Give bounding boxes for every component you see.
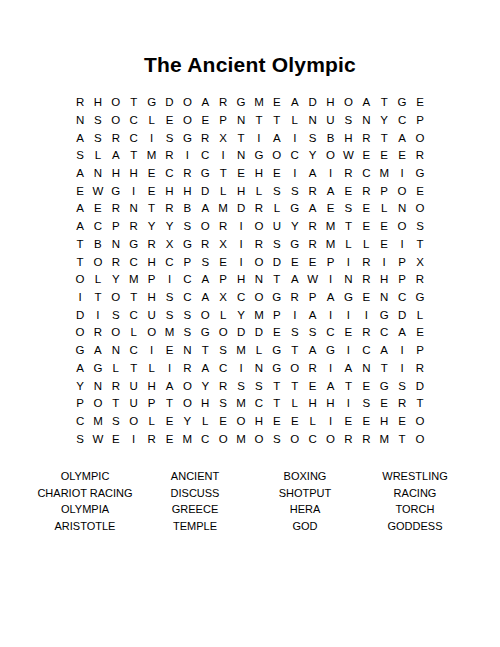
grid-cell[interactable]: S (178, 307, 196, 325)
grid-cell[interactable]: G (339, 289, 357, 307)
grid-cell[interactable]: A (107, 147, 125, 165)
grid-cell[interactable]: R (196, 129, 214, 147)
grid-cell[interactable]: I (125, 183, 143, 201)
grid-cell[interactable]: T (196, 342, 214, 360)
grid-cell[interactable]: C (161, 165, 179, 183)
grid-cell[interactable]: I (375, 253, 393, 271)
grid-cell[interactable]: O (178, 395, 196, 413)
grid-cell[interactable]: T (411, 236, 429, 254)
grid-cell[interactable]: M (375, 431, 393, 449)
grid-cell[interactable]: L (268, 200, 286, 218)
grid-cell[interactable]: E (232, 165, 250, 183)
grid-cell[interactable]: R (411, 271, 429, 289)
grid-cell[interactable]: I (161, 271, 179, 289)
grid-cell[interactable]: D (196, 183, 214, 201)
grid-cell[interactable]: E (375, 236, 393, 254)
grid-cell[interactable]: G (411, 165, 429, 183)
grid-cell[interactable]: M (89, 413, 107, 431)
grid-cell[interactable]: M (250, 94, 268, 112)
grid-cell[interactable]: E (375, 218, 393, 236)
grid-cell[interactable]: L (286, 112, 304, 130)
grid-cell[interactable]: Y (304, 147, 322, 165)
grid-cell[interactable]: T (286, 378, 304, 396)
grid-cell[interactable]: A (393, 129, 411, 147)
grid-cell[interactable]: A (286, 94, 304, 112)
grid-cell[interactable]: H (232, 183, 250, 201)
grid-cell[interactable]: A (322, 378, 340, 396)
grid-cell[interactable]: O (107, 94, 125, 112)
grid-cell[interactable]: C (125, 307, 143, 325)
grid-cell[interactable]: A (357, 94, 375, 112)
grid-cell[interactable]: C (196, 431, 214, 449)
grid-cell[interactable]: Y (107, 271, 125, 289)
grid-cell[interactable]: A (71, 200, 89, 218)
grid-cell[interactable]: S (268, 183, 286, 201)
grid-cell[interactable]: I (393, 165, 411, 183)
grid-cell[interactable]: M (214, 200, 232, 218)
grid-cell[interactable]: R (161, 200, 179, 218)
grid-cell[interactable]: I (393, 236, 411, 254)
grid-cell[interactable]: H (322, 395, 340, 413)
grid-cell[interactable]: G (71, 342, 89, 360)
grid-cell[interactable]: L (250, 183, 268, 201)
grid-cell[interactable]: A (304, 200, 322, 218)
grid-cell[interactable]: I (178, 147, 196, 165)
grid-cell[interactable]: A (196, 360, 214, 378)
grid-cell[interactable]: M (232, 431, 250, 449)
grid-cell[interactable]: N (89, 378, 107, 396)
grid-cell[interactable]: S (71, 431, 89, 449)
grid-cell[interactable]: G (268, 360, 286, 378)
grid-cell[interactable]: C (232, 289, 250, 307)
grid-cell[interactable]: M (161, 324, 179, 342)
grid-cell[interactable]: E (143, 183, 161, 201)
grid-cell[interactable]: O (71, 324, 89, 342)
grid-cell[interactable]: C (250, 395, 268, 413)
grid-cell[interactable]: E (196, 112, 214, 130)
grid-cell[interactable]: N (357, 360, 375, 378)
grid-cell[interactable]: S (178, 218, 196, 236)
grid-cell[interactable]: T (107, 395, 125, 413)
grid-cell[interactable]: E (393, 413, 411, 431)
grid-cell[interactable]: A (71, 165, 89, 183)
grid-cell[interactable]: C (125, 129, 143, 147)
grid-cell[interactable]: O (250, 431, 268, 449)
grid-cell[interactable]: C (125, 112, 143, 130)
grid-cell[interactable]: S (339, 112, 357, 130)
grid-cell[interactable]: C (161, 253, 179, 271)
grid-cell[interactable]: E (339, 324, 357, 342)
grid-cell[interactable]: O (107, 289, 125, 307)
grid-cell[interactable]: O (250, 253, 268, 271)
grid-cell[interactable]: T (214, 165, 232, 183)
grid-cell[interactable]: R (178, 360, 196, 378)
grid-cell[interactable]: G (196, 324, 214, 342)
grid-cell[interactable]: L (339, 236, 357, 254)
grid-cell[interactable]: D (268, 253, 286, 271)
grid-cell[interactable]: S (196, 253, 214, 271)
grid-cell[interactable]: I (322, 360, 340, 378)
grid-cell[interactable]: I (286, 129, 304, 147)
grid-cell[interactable]: A (196, 289, 214, 307)
grid-cell[interactable]: H (143, 289, 161, 307)
grid-cell[interactable]: H (143, 378, 161, 396)
grid-cell[interactable]: S (107, 307, 125, 325)
grid-cell[interactable]: B (322, 129, 340, 147)
grid-cell[interactable]: E (71, 183, 89, 201)
grid-cell[interactable]: O (107, 324, 125, 342)
grid-cell[interactable]: U (322, 112, 340, 130)
grid-cell[interactable]: R (107, 378, 125, 396)
grid-cell[interactable]: R (304, 236, 322, 254)
grid-cell[interactable]: M (143, 147, 161, 165)
grid-cell[interactable]: P (143, 395, 161, 413)
grid-cell[interactable]: E (357, 147, 375, 165)
grid-cell[interactable]: W (89, 183, 107, 201)
grid-cell[interactable]: R (411, 147, 429, 165)
grid-cell[interactable]: R (178, 165, 196, 183)
grid-cell[interactable]: O (268, 147, 286, 165)
grid-cell[interactable]: O (393, 218, 411, 236)
grid-cell[interactable]: M (375, 165, 393, 183)
grid-cell[interactable]: T (268, 271, 286, 289)
grid-cell[interactable]: G (393, 94, 411, 112)
grid-cell[interactable]: I (232, 236, 250, 254)
grid-cell[interactable]: E (375, 395, 393, 413)
grid-cell[interactable]: P (411, 342, 429, 360)
grid-cell[interactable]: R (196, 236, 214, 254)
grid-cell[interactable]: R (143, 431, 161, 449)
grid-cell[interactable]: N (232, 147, 250, 165)
grid-cell[interactable]: O (250, 218, 268, 236)
grid-cell[interactable]: O (178, 94, 196, 112)
grid-cell[interactable]: D (304, 94, 322, 112)
grid-cell[interactable]: I (393, 342, 411, 360)
grid-cell[interactable]: P (178, 253, 196, 271)
grid-cell[interactable]: R (357, 129, 375, 147)
grid-cell[interactable]: L (214, 307, 232, 325)
grid-cell[interactable]: A (322, 183, 340, 201)
grid-cell[interactable]: E (286, 253, 304, 271)
grid-cell[interactable]: X (214, 289, 232, 307)
grid-cell[interactable]: A (161, 378, 179, 396)
grid-cell[interactable]: R (89, 324, 107, 342)
grid-cell[interactable]: H (125, 165, 143, 183)
grid-cell[interactable]: T (71, 253, 89, 271)
grid-cell[interactable]: E (161, 112, 179, 130)
grid-cell[interactable]: G (411, 289, 429, 307)
grid-cell[interactable]: E (411, 94, 429, 112)
grid-cell[interactable]: R (107, 253, 125, 271)
grid-cell[interactable]: R (357, 431, 375, 449)
grid-cell[interactable]: S (161, 129, 179, 147)
grid-cell[interactable]: S (339, 200, 357, 218)
grid-cell[interactable]: I (339, 342, 357, 360)
grid-cell[interactable]: I (322, 271, 340, 289)
grid-cell[interactable]: O (411, 413, 429, 431)
grid-cell[interactable]: A (304, 342, 322, 360)
grid-cell[interactable]: E (107, 431, 125, 449)
grid-cell[interactable]: O (178, 378, 196, 396)
grid-cell[interactable]: H (143, 253, 161, 271)
grid-cell[interactable]: H (250, 413, 268, 431)
grid-cell[interactable]: E (214, 413, 232, 431)
grid-cell[interactable]: M (232, 342, 250, 360)
grid-cell[interactable]: A (286, 271, 304, 289)
grid-cell[interactable]: O (178, 112, 196, 130)
grid-cell[interactable]: I (232, 253, 250, 271)
grid-cell[interactable]: A (304, 307, 322, 325)
grid-cell[interactable]: T (250, 112, 268, 130)
grid-cell[interactable]: U (268, 218, 286, 236)
grid-cell[interactable]: A (393, 324, 411, 342)
grid-cell[interactable]: T (268, 112, 286, 130)
grid-cell[interactable]: S (393, 378, 411, 396)
grid-cell[interactable]: O (214, 324, 232, 342)
grid-cell[interactable]: E (268, 165, 286, 183)
grid-cell[interactable]: W (89, 431, 107, 449)
grid-cell[interactable]: G (178, 236, 196, 254)
grid-cell[interactable]: E (304, 253, 322, 271)
grid-cell[interactable]: E (375, 147, 393, 165)
grid-cell[interactable]: A (196, 200, 214, 218)
grid-cell[interactable]: Y (178, 413, 196, 431)
grid-cell[interactable]: S (89, 112, 107, 130)
grid-cell[interactable]: I (71, 289, 89, 307)
grid-cell[interactable]: R (357, 253, 375, 271)
grid-cell[interactable]: E (357, 289, 375, 307)
grid-cell[interactable]: T (125, 289, 143, 307)
grid-cell[interactable]: O (143, 324, 161, 342)
grid-cell[interactable]: M (178, 431, 196, 449)
grid-cell[interactable]: O (71, 271, 89, 289)
grid-cell[interactable]: O (286, 360, 304, 378)
grid-cell[interactable]: N (250, 271, 268, 289)
grid-cell[interactable]: L (143, 112, 161, 130)
grid-cell[interactable]: E (357, 200, 375, 218)
grid-cell[interactable]: O (322, 147, 340, 165)
grid-cell[interactable]: S (178, 324, 196, 342)
grid-cell[interactable]: P (322, 253, 340, 271)
grid-cell[interactable]: S (357, 395, 375, 413)
grid-cell[interactable]: N (125, 200, 143, 218)
grid-cell[interactable]: D (161, 94, 179, 112)
grid-cell[interactable]: R (339, 165, 357, 183)
grid-cell[interactable]: R (143, 236, 161, 254)
grid-cell[interactable]: E (357, 413, 375, 431)
grid-cell[interactable]: S (304, 129, 322, 147)
grid-cell[interactable]: E (286, 413, 304, 431)
grid-cell[interactable]: E (268, 413, 286, 431)
grid-cell[interactable]: O (214, 431, 232, 449)
grid-cell[interactable]: I (89, 307, 107, 325)
grid-cell[interactable]: I (339, 253, 357, 271)
grid-cell[interactable]: A (375, 342, 393, 360)
grid-cell[interactable]: T (339, 218, 357, 236)
grid-cell[interactable]: C (178, 289, 196, 307)
grid-cell[interactable]: P (393, 271, 411, 289)
grid-cell[interactable]: L (107, 360, 125, 378)
grid-cell[interactable]: S (250, 378, 268, 396)
grid-cell[interactable]: S (286, 324, 304, 342)
grid-cell[interactable]: I (250, 129, 268, 147)
grid-cell[interactable]: S (89, 129, 107, 147)
grid-cell[interactable]: L (250, 342, 268, 360)
grid-cell[interactable]: E (322, 200, 340, 218)
grid-cell[interactable]: S (161, 289, 179, 307)
grid-cell[interactable]: C (71, 413, 89, 431)
grid-cell[interactable]: S (71, 147, 89, 165)
grid-cell[interactable]: H (375, 413, 393, 431)
grid-cell[interactable]: H (375, 271, 393, 289)
grid-cell[interactable]: E (214, 253, 232, 271)
grid-cell[interactable]: O (322, 431, 340, 449)
grid-cell[interactable]: R (304, 183, 322, 201)
grid-cell[interactable]: S (161, 307, 179, 325)
grid-cell[interactable]: L (89, 271, 107, 289)
grid-cell[interactable]: R (250, 236, 268, 254)
grid-cell[interactable]: P (411, 112, 429, 130)
grid-cell[interactable]: T (411, 395, 429, 413)
grid-cell[interactable]: T (161, 395, 179, 413)
grid-cell[interactable]: R (339, 431, 357, 449)
grid-cell[interactable]: X (214, 129, 232, 147)
grid-cell[interactable]: N (304, 112, 322, 130)
grid-cell[interactable]: G (232, 94, 250, 112)
grid-cell[interactable]: W (304, 271, 322, 289)
grid-cell[interactable]: R (304, 360, 322, 378)
grid-cell[interactable]: C (214, 360, 232, 378)
grid-cell[interactable]: A (304, 165, 322, 183)
grid-cell[interactable]: T (71, 236, 89, 254)
grid-cell[interactable]: H (304, 395, 322, 413)
grid-cell[interactable]: W (339, 147, 357, 165)
grid-cell[interactable]: Y (196, 378, 214, 396)
grid-cell[interactable]: R (71, 94, 89, 112)
grid-cell[interactable]: T (125, 360, 143, 378)
grid-cell[interactable]: D (232, 200, 250, 218)
grid-cell[interactable]: P (71, 395, 89, 413)
grid-cell[interactable]: N (178, 342, 196, 360)
grid-cell[interactable]: I (393, 360, 411, 378)
grid-cell[interactable]: O (89, 253, 107, 271)
grid-cell[interactable]: R (214, 94, 232, 112)
grid-cell[interactable]: T (268, 378, 286, 396)
grid-cell[interactable]: I (322, 165, 340, 183)
grid-cell[interactable]: O (89, 395, 107, 413)
grid-cell[interactable]: M (250, 307, 268, 325)
grid-cell[interactable]: G (322, 342, 340, 360)
grid-cell[interactable]: G (250, 147, 268, 165)
grid-cell[interactable]: R (214, 378, 232, 396)
grid-cell[interactable]: L (304, 413, 322, 431)
grid-cell[interactable]: E (161, 342, 179, 360)
grid-cell[interactable]: P (268, 307, 286, 325)
grid-cell[interactable]: M (232, 395, 250, 413)
grid-cell[interactable]: U (125, 378, 143, 396)
grid-cell[interactable]: P (143, 271, 161, 289)
grid-cell[interactable]: E (161, 413, 179, 431)
grid-cell[interactable]: Y (143, 218, 161, 236)
grid-cell[interactable]: C (178, 271, 196, 289)
grid-cell[interactable]: L (214, 183, 232, 201)
grid-cell[interactable]: T (375, 94, 393, 112)
grid-cell[interactable]: G (268, 289, 286, 307)
grid-cell[interactable]: T (339, 378, 357, 396)
grid-cell[interactable]: E (304, 378, 322, 396)
grid-cell[interactable]: C (89, 218, 107, 236)
grid-cell[interactable]: E (143, 165, 161, 183)
grid-cell[interactable]: N (393, 200, 411, 218)
grid-cell[interactable]: Y (232, 307, 250, 325)
grid-cell[interactable]: O (107, 112, 125, 130)
grid-cell[interactable]: O (411, 129, 429, 147)
grid-cell[interactable]: I (339, 307, 357, 325)
grid-cell[interactable]: C (125, 253, 143, 271)
grid-cell[interactable]: T (286, 342, 304, 360)
grid-cell[interactable]: C (304, 431, 322, 449)
grid-cell[interactable]: T (89, 289, 107, 307)
grid-cell[interactable]: M (125, 271, 143, 289)
grid-cell[interactable]: P (107, 218, 125, 236)
grid-cell[interactable]: T (143, 200, 161, 218)
grid-cell[interactable]: R (214, 218, 232, 236)
grid-cell[interactable]: R (357, 271, 375, 289)
grid-cell[interactable]: A (71, 360, 89, 378)
grid-cell[interactable]: C (357, 342, 375, 360)
grid-cell[interactable]: A (339, 360, 357, 378)
grid-cell[interactable]: D (411, 378, 429, 396)
grid-cell[interactable]: I (161, 360, 179, 378)
grid-cell[interactable]: I (357, 307, 375, 325)
grid-cell[interactable]: L (89, 147, 107, 165)
grid-cell[interactable]: S (268, 236, 286, 254)
grid-cell[interactable]: R (304, 218, 322, 236)
grid-cell[interactable]: Y (161, 218, 179, 236)
grid-cell[interactable]: E (411, 183, 429, 201)
grid-cell[interactable]: D (232, 324, 250, 342)
grid-cell[interactable]: L (411, 307, 429, 325)
grid-cell[interactable]: H (322, 94, 340, 112)
grid-cell[interactable]: N (357, 112, 375, 130)
grid-cell[interactable]: N (107, 236, 125, 254)
grid-cell[interactable]: O (196, 307, 214, 325)
grid-cell[interactable]: T (125, 94, 143, 112)
grid-cell[interactable]: B (89, 236, 107, 254)
grid-cell[interactable]: E (339, 413, 357, 431)
grid-cell[interactable]: G (125, 236, 143, 254)
grid-cell[interactable]: O (286, 431, 304, 449)
grid-cell[interactable]: S (304, 324, 322, 342)
grid-cell[interactable]: D (250, 324, 268, 342)
grid-cell[interactable]: E (357, 218, 375, 236)
grid-cell[interactable]: H (196, 395, 214, 413)
grid-cell[interactable]: G (268, 342, 286, 360)
grid-cell[interactable]: T (375, 360, 393, 378)
grid-cell[interactable]: E (411, 324, 429, 342)
grid-cell[interactable]: R (286, 289, 304, 307)
grid-cell[interactable]: G (375, 378, 393, 396)
grid-cell[interactable]: A (89, 342, 107, 360)
grid-cell[interactable]: I (322, 413, 340, 431)
grid-cell[interactable]: P (304, 289, 322, 307)
grid-cell[interactable]: R (357, 324, 375, 342)
grid-cell[interactable]: A (71, 129, 89, 147)
grid-cell[interactable]: O (411, 431, 429, 449)
grid-cell[interactable]: B (178, 200, 196, 218)
grid-cell[interactable]: U (143, 307, 161, 325)
grid-cell[interactable]: X (214, 236, 232, 254)
